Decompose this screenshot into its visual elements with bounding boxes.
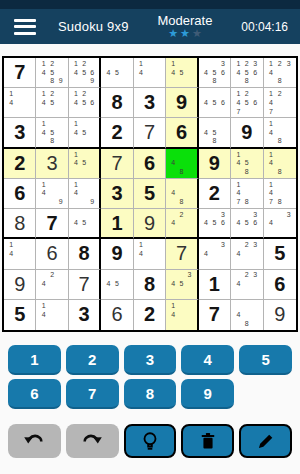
pencil-digit: [24, 89, 32, 98]
pencil-digit: [251, 150, 259, 159]
pencil-digit: [24, 240, 32, 249]
pencil-digit: 4: [169, 68, 177, 77]
pencil-digit: [88, 210, 96, 218]
pencil-digit: [243, 249, 251, 258]
pencil-marks: 1234568: [234, 59, 259, 85]
pencil-digit: [210, 210, 218, 218]
pencil-digit: 1: [72, 119, 80, 127]
cell-r5c9[interactable]: 1478: [264, 179, 296, 209]
cell-r7c4[interactable]: 9: [101, 239, 133, 269]
pencil-digit: 9: [56, 76, 64, 85]
pencil-digit: [177, 150, 185, 159]
pencil-digit: [210, 107, 218, 116]
pencil-digit: 4: [39, 279, 47, 288]
pencil-digit: [234, 288, 242, 297]
pencil-digit: [177, 301, 185, 310]
cell-r9c9[interactable]: 9: [264, 300, 296, 330]
cell-r5c1[interactable]: 6: [4, 179, 36, 209]
pencil-digit: 8: [177, 167, 185, 176]
pencil-digit: 4: [137, 68, 145, 77]
pencil-digit: [56, 180, 64, 189]
cell-r4c2[interactable]: 3: [36, 149, 68, 179]
pencil-marks: 145: [72, 119, 96, 144]
pencil-digit: 4: [169, 310, 177, 319]
app-bar: Sudoku 9x9 Moderate ★★★ 00:04:16: [0, 9, 300, 44]
cell-value: 7: [79, 273, 90, 296]
pencil-marks: 149: [72, 180, 96, 206]
cell-r7c7[interactable]: 34: [199, 239, 231, 269]
cell-r4c4[interactable]: 7: [101, 149, 133, 179]
cell-r8c2[interactable]: 24: [36, 270, 68, 300]
cell-r8c9[interactable]: 6: [264, 270, 296, 300]
pencil-digit: [48, 288, 56, 297]
cell-r4c7[interactable]: 9: [199, 149, 231, 179]
pencil-digit: 8: [210, 136, 218, 144]
number-pad: 123456789: [8, 345, 292, 409]
pencil-digit: [169, 271, 177, 280]
cell-r5c7[interactable]: 2: [199, 179, 231, 209]
pencil-marks: 145: [169, 59, 193, 85]
pencil-digit: 5: [113, 68, 121, 77]
cell-r1c6[interactable]: 145: [166, 58, 198, 88]
pencil-digit: [15, 249, 23, 258]
cell-r3c2[interactable]: 1458: [36, 118, 68, 148]
pencil-digit: [88, 150, 96, 159]
cell-value: 2: [14, 152, 25, 175]
pencil-digit: [275, 210, 284, 218]
cell-r8c3[interactable]: 7: [69, 270, 101, 300]
pencil-digit: [56, 119, 64, 127]
cell-r1c7[interactable]: 34568: [199, 58, 231, 88]
cell-r4c1[interactable]: 2: [4, 149, 36, 179]
pencil-digit: [219, 107, 227, 116]
cell-r5c8[interactable]: 1478: [231, 179, 263, 209]
pencil-digit: [80, 180, 88, 189]
cell-r1c9[interactable]: 12348: [264, 58, 296, 88]
numpad-button-5[interactable]: 5: [239, 345, 292, 375]
pencil-digit: [267, 167, 276, 176]
pencil-marks: 24: [169, 210, 193, 235]
pencil-digit: [177, 319, 185, 328]
cell-r6c2[interactable]: 7: [36, 209, 68, 239]
cell-r5c5[interactable]: 5: [134, 179, 166, 209]
lightbulb-icon: [139, 430, 161, 452]
pencil-digit: [72, 227, 80, 235]
pencil-digit: [154, 59, 162, 68]
pencil-digit: [15, 107, 23, 116]
pencil-digit: [210, 89, 218, 98]
cell-r3c5[interactable]: 7: [134, 118, 166, 148]
pencil-digit: 4: [234, 158, 242, 167]
pencil-digit: [186, 319, 194, 328]
pencil-marks: 12456: [72, 89, 96, 115]
pencil-marks: 34: [202, 240, 227, 266]
pencil-digit: 1: [267, 59, 276, 68]
pencil-digit: [219, 227, 227, 235]
pencil-digit: [154, 76, 162, 85]
pencil-digit: 4: [202, 68, 210, 77]
pencil-digit: [267, 227, 276, 235]
pencil-digit: [72, 107, 80, 116]
pencil-digit: [284, 119, 293, 127]
cell-value: 3: [47, 152, 58, 175]
cell-value: 1: [111, 212, 122, 235]
pencil-digit: [275, 107, 284, 116]
pencil-digit: 4: [169, 158, 177, 167]
pencil-digit: 7: [267, 107, 276, 116]
numpad-button-3[interactable]: 3: [124, 345, 177, 375]
pencil-digit: [243, 288, 251, 297]
status-bar: [0, 0, 300, 9]
pencil-digit: 4: [169, 219, 177, 227]
pencil-digit: [202, 119, 210, 127]
pencil-digit: [202, 258, 210, 267]
pencil-digit: 4: [72, 98, 80, 107]
pencil-digit: [267, 76, 276, 85]
cell-r6c6[interactable]: 24: [166, 209, 198, 239]
cell-value: 2: [111, 121, 122, 144]
cell-r9c5[interactable]: 2: [134, 300, 166, 330]
pencil-digit: 1: [234, 180, 242, 189]
pencil-digit: [219, 136, 227, 144]
pencil-digit: 4: [267, 128, 276, 136]
pencil-digit: [267, 136, 276, 144]
cell-r1c3[interactable]: 124569: [69, 58, 101, 88]
pencil-digit: 1: [169, 59, 177, 68]
pencil-digit: [48, 180, 56, 189]
cell-value: 7: [176, 242, 187, 265]
pencil-digit: 1: [234, 89, 242, 98]
pencil-digit: [210, 240, 218, 249]
pencil-digit: 1: [169, 301, 177, 310]
pencil-digit: [56, 279, 64, 288]
pencil-digit: 1: [72, 89, 80, 98]
pencil-digit: [267, 210, 276, 218]
cell-value: 6: [144, 152, 155, 175]
pencil-digit: [210, 227, 218, 235]
numpad-button-4[interactable]: 4: [181, 345, 234, 375]
pencil-digit: 8: [243, 167, 251, 176]
pencil-digit: [154, 240, 162, 249]
cell-r7c5[interactable]: 14: [134, 239, 166, 269]
pencil-digit: 7: [234, 197, 242, 206]
pencil-digit: [186, 310, 194, 319]
pencil-digit: [80, 189, 88, 198]
pencil-digit: [275, 158, 284, 167]
pencil-digit: [56, 310, 64, 319]
cell-r5c4[interactable]: 3: [101, 179, 133, 209]
pencil-digit: [251, 189, 259, 198]
pencil-digit: [177, 271, 185, 280]
numpad-button-9[interactable]: 9: [181, 379, 234, 409]
pencil-marks: 1478: [234, 180, 259, 206]
pencil-digit: [121, 59, 129, 68]
cell-value: 9: [241, 121, 252, 144]
cell-r7c9[interactable]: 5: [264, 239, 296, 269]
pencil-digit: [80, 119, 88, 127]
cell-r9c3[interactable]: 3: [69, 300, 101, 330]
cell-r3c1[interactable]: 3: [4, 118, 36, 148]
cell-r9c2[interactable]: 14: [36, 300, 68, 330]
pencil-marks: 12348: [267, 59, 293, 85]
cell-r8c6[interactable]: 345: [166, 270, 198, 300]
difficulty-label: Moderate: [158, 14, 213, 28]
pencil-digit: [219, 119, 227, 127]
numpad-button-2[interactable]: 2: [66, 345, 119, 375]
cell-r3c9[interactable]: 148: [264, 118, 296, 148]
pencil-digit: 2: [48, 59, 56, 68]
pencil-digit: [243, 258, 251, 267]
cell-r9c7[interactable]: 7: [199, 300, 231, 330]
cell-r3c8[interactable]: 9: [231, 118, 263, 148]
pencil-digit: [154, 258, 162, 267]
cell-value: 9: [111, 242, 122, 265]
cell-r6c1[interactable]: 8: [4, 209, 36, 239]
pencil-digit: [15, 98, 23, 107]
pencil-button[interactable]: [239, 424, 292, 458]
cell-r9c1[interactable]: 5: [4, 300, 36, 330]
pencil-digit: 1: [234, 150, 242, 159]
pencil-digit: [284, 167, 293, 176]
cell-r3c6[interactable]: 6: [166, 118, 198, 148]
pencil-marks: 14: [137, 240, 162, 266]
cell-r7c2[interactable]: 6: [36, 239, 68, 269]
pencil-digit: 2: [177, 210, 185, 218]
cell-value: 6: [111, 303, 122, 326]
pencil-digit: [186, 301, 194, 310]
pencil-digit: [243, 150, 251, 159]
pencil-digit: [56, 89, 64, 98]
pencil-digit: [169, 210, 177, 218]
pencil-digit: [39, 76, 47, 85]
pencil-digit: 2: [243, 89, 251, 98]
pencil-digit: [177, 158, 185, 167]
cell-r9c8[interactable]: 48: [231, 300, 263, 330]
cell-r5c2[interactable]: 149: [36, 179, 68, 209]
pencil-marks: 1478: [267, 180, 293, 206]
pencil-digit: [56, 136, 64, 144]
cell-r1c8[interactable]: 1234568: [231, 58, 263, 88]
cell-r7c1[interactable]: 14: [4, 239, 36, 269]
cell-r2c5[interactable]: 3: [134, 88, 166, 118]
bottom-toolbar: [8, 424, 292, 458]
pencil-digit: 1: [39, 180, 47, 189]
pencil-digit: 6: [251, 68, 259, 77]
cell-r8c4[interactable]: 45: [101, 270, 133, 300]
pencil-digit: [145, 240, 153, 249]
cell-r2c9[interactable]: 1247: [264, 88, 296, 118]
pencil-digit: 9: [56, 197, 64, 206]
cell-r2c4[interactable]: 8: [101, 88, 133, 118]
cell-r4c8[interactable]: 1458: [231, 149, 263, 179]
pencil-digit: [121, 271, 129, 280]
pencil-digit: 8: [275, 197, 284, 206]
pencil-digit: [72, 136, 80, 144]
cell-r2c3[interactable]: 12456: [69, 88, 101, 118]
pencil-digit: [219, 128, 227, 136]
pencil-digit: 2: [243, 59, 251, 68]
pencil-marks: 14: [7, 240, 32, 266]
pencil-digit: [56, 301, 64, 310]
cell-r8c7[interactable]: 1: [199, 270, 231, 300]
numpad-button-8[interactable]: 8: [124, 379, 177, 409]
pencil-digit: [234, 210, 242, 218]
pencil-digit: [284, 227, 293, 235]
pencil-digit: [177, 180, 185, 189]
pencil-digit: [251, 249, 259, 258]
cell-r5c3[interactable]: 149: [69, 179, 101, 209]
cell-r4c9[interactable]: 148: [264, 149, 296, 179]
cell-r2c7[interactable]: 456: [199, 88, 231, 118]
pencil-digit: 2: [275, 89, 284, 98]
cell-r6c7[interactable]: 3456: [199, 209, 231, 239]
pencil-digit: [104, 76, 112, 85]
cell-r9c6[interactable]: 14: [166, 300, 198, 330]
pencil-digit: 4: [169, 279, 177, 288]
cell-r3c4[interactable]: 2: [101, 118, 133, 148]
pencil-digit: [202, 76, 210, 85]
difficulty-star: ★: [168, 28, 178, 39]
pencil-digit: [72, 167, 80, 176]
undo-button[interactable]: [8, 424, 61, 458]
pencil-digit: [137, 76, 145, 85]
cell-r3c7[interactable]: 458: [199, 118, 231, 148]
pencil-digit: 6: [219, 98, 227, 107]
pencil-marks: 14: [39, 301, 64, 328]
pencil-digit: [186, 150, 194, 159]
cell-r3c3[interactable]: 145: [69, 118, 101, 148]
pencil-digit: 4: [202, 128, 210, 136]
pencil-digit: [88, 158, 96, 167]
pencil-digit: [202, 240, 210, 249]
pencil-marks: 124567: [234, 89, 259, 115]
pencil-digit: 6: [88, 98, 96, 107]
cell-value: 1: [209, 273, 220, 296]
numpad-button-6[interactable]: 6: [8, 379, 61, 409]
cell-value: 9: [176, 91, 187, 114]
pencil-digit: [121, 288, 129, 297]
pencil-digit: 8: [243, 197, 251, 206]
cell-r8c5[interactable]: 8: [134, 270, 166, 300]
pencil-digit: 5: [80, 68, 88, 77]
cell-r6c4[interactable]: 1: [101, 209, 133, 239]
cell-r6c8[interactable]: 3456: [231, 209, 263, 239]
pencil-digit: [80, 76, 88, 85]
pencil-digit: 4: [202, 249, 210, 258]
hint-button[interactable]: [124, 424, 177, 458]
pencil-digit: 8: [275, 167, 284, 176]
pencil-digit: 4: [267, 189, 276, 198]
cell-r1c4[interactable]: 45: [101, 58, 133, 88]
pencil-marks: 458: [202, 119, 227, 144]
pencil-digit: 3: [219, 240, 227, 249]
pencil-digit: [202, 59, 210, 68]
pencil-digit: [24, 249, 32, 258]
cell-value: 5: [144, 182, 155, 205]
cell-r6c5[interactable]: 9: [134, 209, 166, 239]
cell-r6c3[interactable]: 45: [69, 209, 101, 239]
cell-r6c9[interactable]: 34: [264, 209, 296, 239]
redo-button[interactable]: [66, 424, 119, 458]
pencil-digit: 8: [275, 76, 284, 85]
pencil-digit: [88, 189, 96, 198]
cell-r7c8[interactable]: 234: [231, 239, 263, 269]
cell-value: 6: [47, 242, 58, 265]
cell-r1c1[interactable]: 7: [4, 58, 36, 88]
cell-value: 5: [14, 303, 25, 326]
pencil-digit: [251, 227, 259, 235]
cell-r9c4[interactable]: 6: [101, 300, 133, 330]
cell-r2c6[interactable]: 9: [166, 88, 198, 118]
pencil-digit: [177, 76, 185, 85]
cell-r1c2[interactable]: 124589: [36, 58, 68, 88]
erase-button[interactable]: [181, 424, 234, 458]
cell-r7c3[interactable]: 8: [69, 239, 101, 269]
pencil-digit: [80, 167, 88, 176]
game-timer: 00:04:16: [241, 20, 288, 34]
pencil-digit: 1: [39, 89, 47, 98]
pencil-marks: 3456: [202, 210, 227, 235]
pencil-marks: 45: [104, 271, 129, 297]
numpad-button-7[interactable]: 7: [66, 379, 119, 409]
pencil-digit: 6: [251, 219, 259, 227]
pencil-digit: [210, 258, 218, 267]
pencil-digit: [39, 271, 47, 280]
pencil-digit: [39, 136, 47, 144]
cell-r2c2[interactable]: 1245: [36, 88, 68, 118]
pencil-digit: [210, 119, 218, 127]
pencil-digit: [177, 227, 185, 235]
pencil-digit: [15, 240, 23, 249]
pencil-digit: [186, 197, 194, 206]
pencil-digit: [284, 189, 293, 198]
pencil-digit: 4: [72, 189, 80, 198]
pencil-digit: [48, 189, 56, 198]
pencil-digit: [145, 258, 153, 267]
cell-r4c5[interactable]: 6: [134, 149, 166, 179]
pencil-digit: [251, 89, 259, 98]
pencil-digit: [186, 227, 194, 235]
pencil-digit: [284, 89, 293, 98]
pencil-digit: 1: [267, 180, 276, 189]
cell-value: 7: [144, 121, 155, 144]
pencil-digit: 3: [219, 59, 227, 68]
pencil-digit: [154, 249, 162, 258]
pencil-digit: 4: [39, 189, 47, 198]
cell-r7c6[interactable]: 7: [166, 239, 198, 269]
pencil-digit: [88, 180, 96, 189]
pencil-digit: [169, 180, 177, 189]
pencil-marks: 34568: [202, 59, 227, 85]
cell-r4c6[interactable]: 48: [166, 149, 198, 179]
pencil-digit: 6: [219, 68, 227, 77]
pencil-digit: 5: [48, 98, 56, 107]
pencil-digit: [39, 288, 47, 297]
cell-r2c1[interactable]: 14: [4, 88, 36, 118]
numpad-button-1[interactable]: 1: [8, 345, 61, 375]
cell-r4c3[interactable]: 145: [69, 149, 101, 179]
pencil-digit: 1: [39, 301, 47, 310]
pencil-digit: 4: [7, 98, 15, 107]
menu-icon[interactable]: [14, 19, 36, 35]
cell-r8c8[interactable]: 234: [231, 270, 263, 300]
cell-r1c5[interactable]: 14: [134, 58, 166, 88]
cell-r5c6[interactable]: 48: [166, 179, 198, 209]
redo-arrow-icon: [80, 429, 104, 453]
cell-r2c8[interactable]: 124567: [231, 88, 263, 118]
pencil-digit: [219, 249, 227, 258]
cell-r8c1[interactable]: 9: [4, 270, 36, 300]
